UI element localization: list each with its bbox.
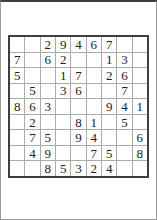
sudoku-cell[interactable] bbox=[41, 115, 55, 130]
sudoku-cell: 1 bbox=[133, 99, 147, 114]
sudoku-cell: 6 bbox=[25, 99, 39, 114]
sudoku-cell: 5 bbox=[56, 161, 70, 176]
sudoku-cell[interactable] bbox=[10, 37, 24, 52]
sudoku-cell: 6 bbox=[71, 84, 85, 99]
sudoku-cell[interactable] bbox=[25, 161, 39, 176]
sudoku-cell: 2 bbox=[25, 115, 39, 130]
sudoku-cell[interactable] bbox=[10, 115, 24, 130]
sudoku-cell[interactable] bbox=[56, 130, 70, 145]
sudoku-cell[interactable] bbox=[56, 115, 70, 130]
sudoku-cell: 8 bbox=[71, 115, 85, 130]
sudoku-cell: 8 bbox=[133, 146, 147, 161]
sudoku-cell[interactable] bbox=[87, 99, 101, 114]
sudoku-cell: 3 bbox=[117, 53, 131, 68]
sudoku-cell: 6 bbox=[133, 130, 147, 145]
sudoku-cell[interactable] bbox=[25, 37, 39, 52]
sudoku-cell[interactable] bbox=[25, 68, 39, 83]
sudoku-cell: 2 bbox=[102, 68, 116, 83]
sudoku-cell: 9 bbox=[102, 99, 116, 114]
sudoku-cell: 1 bbox=[56, 68, 70, 83]
sudoku-cell[interactable] bbox=[117, 37, 131, 52]
sudoku-cell: 3 bbox=[41, 99, 55, 114]
sudoku-cell: 6 bbox=[117, 68, 131, 83]
sudoku-cell: 7 bbox=[25, 130, 39, 145]
sudoku-cell[interactable] bbox=[117, 146, 131, 161]
sudoku-cell[interactable] bbox=[87, 84, 101, 99]
sudoku-cell: 7 bbox=[117, 84, 131, 99]
sudoku-cell[interactable] bbox=[133, 53, 147, 68]
sudoku-cell[interactable] bbox=[71, 99, 85, 114]
sudoku-cell: 9 bbox=[56, 37, 70, 52]
sudoku-cell[interactable] bbox=[133, 68, 147, 83]
sudoku-cell[interactable] bbox=[133, 115, 147, 130]
sudoku-cell: 4 bbox=[102, 161, 116, 176]
sudoku-cell: 1 bbox=[87, 115, 101, 130]
sudoku-cell: 7 bbox=[10, 53, 24, 68]
sudoku-cell[interactable] bbox=[133, 37, 147, 52]
sudoku-cell[interactable] bbox=[117, 130, 131, 145]
sudoku-cell: 7 bbox=[102, 37, 116, 52]
sudoku-cell: 4 bbox=[117, 99, 131, 114]
sudoku-cell[interactable] bbox=[56, 99, 70, 114]
sudoku-cell: 3 bbox=[56, 84, 70, 99]
sudoku-cell: 5 bbox=[41, 130, 55, 145]
sudoku-cell: 8 bbox=[10, 99, 24, 114]
sudoku-cell: 1 bbox=[102, 53, 116, 68]
sudoku-cell[interactable] bbox=[10, 146, 24, 161]
sudoku-cell[interactable] bbox=[102, 84, 116, 99]
sudoku-cell[interactable] bbox=[71, 146, 85, 161]
sudoku-cell: 5 bbox=[102, 146, 116, 161]
sudoku-cell: 4 bbox=[71, 37, 85, 52]
sudoku-board: 2946776213517265367863941281575946497588… bbox=[8, 35, 149, 178]
sudoku-cell[interactable] bbox=[87, 68, 101, 83]
sudoku-cell: 9 bbox=[41, 146, 55, 161]
sudoku-cell[interactable] bbox=[10, 84, 24, 99]
sudoku-cell[interactable] bbox=[41, 68, 55, 83]
sudoku-cell[interactable] bbox=[102, 130, 116, 145]
sudoku-cell[interactable] bbox=[102, 115, 116, 130]
sudoku-cell[interactable] bbox=[117, 161, 131, 176]
sudoku-cell[interactable] bbox=[71, 53, 85, 68]
sudoku-cell: 6 bbox=[41, 53, 55, 68]
sudoku-cell: 4 bbox=[25, 146, 39, 161]
sudoku-cell[interactable] bbox=[56, 146, 70, 161]
sudoku-cell[interactable] bbox=[133, 161, 147, 176]
sudoku-cell: 2 bbox=[41, 37, 55, 52]
sudoku-cell: 6 bbox=[87, 37, 101, 52]
sudoku-cell: 4 bbox=[87, 130, 101, 145]
sudoku-cell: 3 bbox=[71, 161, 85, 176]
sudoku-cell: 5 bbox=[117, 115, 131, 130]
sudoku-cell: 7 bbox=[87, 146, 101, 161]
puzzle-page: 2946776213517265367863941281575946497588… bbox=[0, 0, 157, 220]
sudoku-cell: 2 bbox=[56, 53, 70, 68]
sudoku-cell[interactable] bbox=[133, 84, 147, 99]
sudoku-cell[interactable] bbox=[10, 130, 24, 145]
sudoku-cell[interactable] bbox=[25, 53, 39, 68]
sudoku-cell: 9 bbox=[71, 130, 85, 145]
sudoku-cell[interactable] bbox=[10, 161, 24, 176]
sudoku-cell: 2 bbox=[87, 161, 101, 176]
sudoku-cell[interactable] bbox=[87, 53, 101, 68]
sudoku-cell: 5 bbox=[10, 68, 24, 83]
sudoku-cell: 7 bbox=[71, 68, 85, 83]
sudoku-cell: 8 bbox=[41, 161, 55, 176]
sudoku-cell: 5 bbox=[25, 84, 39, 99]
sudoku-cell[interactable] bbox=[41, 84, 55, 99]
